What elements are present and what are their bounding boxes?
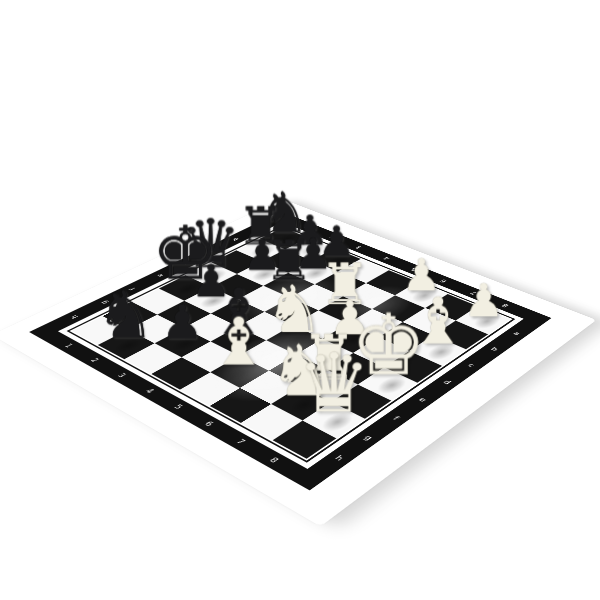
rank-label: 1 [64,343,74,348]
file-label: h [70,314,80,319]
rank-label: 2 [89,357,100,363]
white-bishop: ♝ [210,309,269,375]
file-label: c [467,362,476,367]
rank-label: 5 [173,404,184,410]
rank-label: 7 [235,438,246,445]
black-pawn: ♟ [161,299,203,346]
file-label: b [490,346,500,351]
file-label: g [363,434,374,441]
product-photo-scene: hh11gg22ff33ee44dd55cc66bb77aa88 ♚♛♜♞♞♟♟… [0,0,600,600]
rank-label: 8 [268,456,280,463]
file-label: d [442,379,452,385]
file-label: f [392,416,401,421]
rank-label: 3 [116,372,127,378]
file-label: h [334,454,345,461]
white-pawn: ♟ [463,277,504,323]
chess-board: hh11gg22ff33ee44dd55cc66bb77aa88 ♚♛♜♞♞♟♟… [29,212,552,491]
board-3d-plane: hh11gg22ff33ee44dd55cc66bb77aa88 ♚♛♜♞♞♟♟… [29,212,552,491]
white-queen: ♛ [297,342,370,424]
rank-label: 4 [382,256,391,260]
rank-label: 3 [355,245,364,249]
rank-label: 6 [203,421,214,428]
file-label: a [512,331,521,336]
rank-label: 4 [144,388,155,394]
file-label: e [417,397,427,403]
black-knight: ♞ [96,282,155,348]
